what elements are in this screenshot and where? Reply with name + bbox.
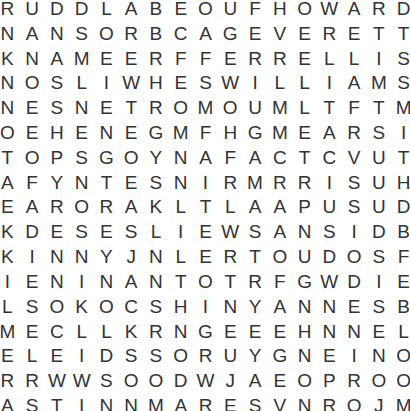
grid-cell[interactable]: N [292, 344, 317, 369]
grid-cell[interactable]: T [366, 95, 391, 120]
grid-cell[interactable]: L [391, 319, 410, 344]
grid-cell[interactable]: A [193, 145, 218, 170]
grid-cell[interactable]: E [267, 368, 292, 393]
grid-cell[interactable]: F [218, 145, 243, 170]
grid-cell[interactable]: U [292, 244, 317, 269]
grid-cell[interactable]: O [0, 120, 20, 145]
grid-cell[interactable]: D [45, 0, 70, 21]
grid-cell[interactable]: O [391, 368, 410, 393]
grid-cell[interactable]: H [267, 0, 292, 21]
grid-cell[interactable]: I [366, 269, 391, 294]
grid-cell[interactable]: K [0, 244, 20, 269]
grid-cell[interactable]: H [218, 120, 243, 145]
grid-cell[interactable]: A [0, 170, 20, 195]
grid-cell[interactable]: F [342, 95, 367, 120]
grid-cell[interactable]: A [119, 0, 144, 21]
grid-cell[interactable]: R [243, 269, 268, 294]
grid-cell[interactable]: D [317, 244, 342, 269]
grid-cell[interactable]: I [342, 219, 367, 244]
grid-cell[interactable]: S [144, 170, 169, 195]
grid-cell[interactable]: U [366, 195, 391, 220]
grid-cell[interactable]: T [391, 21, 410, 46]
grid-cell[interactable]: U [218, 344, 243, 369]
grid-cell[interactable]: N [0, 21, 20, 46]
grid-cell[interactable]: F [193, 46, 218, 71]
grid-cell[interactable]: I [69, 393, 94, 411]
grid-cell[interactable]: E [0, 195, 20, 220]
grid-cell[interactable]: A [0, 393, 20, 411]
grid-cell[interactable]: V [342, 145, 367, 170]
grid-cell[interactable]: S [20, 393, 45, 411]
grid-cell[interactable]: T [317, 95, 342, 120]
grid-cell[interactable]: L [267, 70, 292, 95]
grid-cell[interactable]: E [218, 319, 243, 344]
grid-cell[interactable]: S [193, 70, 218, 95]
grid-cell[interactable]: D [168, 368, 193, 393]
grid-cell[interactable]: R [45, 195, 70, 220]
grid-cell[interactable]: C [168, 21, 193, 46]
grid-cell[interactable]: O [69, 195, 94, 220]
grid-cell[interactable]: T [391, 145, 410, 170]
grid-cell[interactable]: E [168, 70, 193, 95]
grid-cell[interactable]: S [45, 95, 70, 120]
grid-cell[interactable]: R [144, 319, 169, 344]
grid-cell[interactable]: T [45, 393, 70, 411]
grid-cell[interactable]: F [243, 0, 268, 21]
grid-cell[interactable]: G [218, 21, 243, 46]
grid-cell[interactable]: I [0, 269, 20, 294]
grid-cell[interactable]: N [69, 95, 94, 120]
grid-cell[interactable]: O [94, 21, 119, 46]
grid-cell[interactable]: I [193, 294, 218, 319]
grid-cell[interactable]: E [292, 21, 317, 46]
grid-cell[interactable]: S [366, 244, 391, 269]
grid-cell[interactable]: I [391, 120, 410, 145]
grid-cell[interactable]: R [317, 21, 342, 46]
grid-cell[interactable]: E [45, 344, 70, 369]
grid-cell[interactable]: N [94, 120, 119, 145]
grid-cell[interactable]: F [391, 244, 410, 269]
grid-cell[interactable]: J [218, 368, 243, 393]
grid-cell[interactable]: R [144, 46, 169, 71]
grid-cell[interactable]: I [243, 70, 268, 95]
grid-cell[interactable]: J [366, 393, 391, 411]
grid-cell[interactable]: R [218, 244, 243, 269]
grid-cell[interactable]: Y [144, 145, 169, 170]
grid-cell[interactable]: B [144, 0, 169, 21]
grid-cell[interactable]: O [292, 0, 317, 21]
grid-cell[interactable]: N [292, 219, 317, 244]
grid-cell[interactable]: H [391, 170, 410, 195]
grid-cell[interactable]: S [69, 219, 94, 244]
grid-cell[interactable]: E [267, 319, 292, 344]
grid-cell[interactable]: I [317, 70, 342, 95]
grid-cell[interactable]: F [267, 269, 292, 294]
grid-cell[interactable]: A [45, 46, 70, 71]
grid-cell[interactable]: W [69, 368, 94, 393]
grid-cell[interactable]: O [391, 344, 410, 369]
grid-cell[interactable]: C [45, 319, 70, 344]
grid-cell[interactable]: O [168, 344, 193, 369]
grid-cell[interactable]: U [20, 0, 45, 21]
grid-cell[interactable]: T [94, 170, 119, 195]
grid-cell[interactable]: K [0, 46, 20, 71]
grid-cell[interactable]: A [119, 195, 144, 220]
grid-cell[interactable]: Y [243, 294, 268, 319]
grid-cell[interactable]: L [317, 46, 342, 71]
grid-cell[interactable]: S [391, 46, 410, 71]
grid-cell[interactable]: G [243, 120, 268, 145]
grid-cell[interactable]: M [366, 70, 391, 95]
grid-cell[interactable]: N [119, 393, 144, 411]
grid-cell[interactable]: N [0, 95, 20, 120]
grid-cell[interactable]: N [94, 393, 119, 411]
grid-cell[interactable]: N [94, 269, 119, 294]
grid-cell[interactable]: E [342, 21, 367, 46]
grid-cell[interactable]: E [94, 46, 119, 71]
grid-cell[interactable]: T [243, 244, 268, 269]
grid-cell[interactable]: C [317, 145, 342, 170]
grid-cell[interactable]: S [243, 393, 268, 411]
grid-cell[interactable]: I [69, 344, 94, 369]
grid-cell[interactable]: E [292, 120, 317, 145]
grid-cell[interactable]: E [20, 120, 45, 145]
grid-cell[interactable]: K [144, 195, 169, 220]
grid-cell[interactable]: A [342, 70, 367, 95]
grid-cell[interactable]: G [267, 344, 292, 369]
grid-cell[interactable]: L [0, 294, 20, 319]
grid-cell[interactable]: E [94, 219, 119, 244]
grid-cell[interactable]: S [366, 294, 391, 319]
grid-cell[interactable]: I [69, 269, 94, 294]
grid-cell[interactable]: N [20, 46, 45, 71]
grid-cell[interactable]: M [391, 393, 410, 411]
grid-cell[interactable]: F [20, 170, 45, 195]
grid-cell[interactable]: S [144, 294, 169, 319]
grid-cell[interactable]: S [342, 170, 367, 195]
grid-cell[interactable]: H [168, 294, 193, 319]
grid-cell[interactable]: E [119, 120, 144, 145]
grid-cell[interactable]: L [94, 319, 119, 344]
grid-cell[interactable]: S [144, 344, 169, 369]
grid-cell[interactable]: N [45, 244, 70, 269]
grid-cell[interactable]: E [20, 319, 45, 344]
grid-cell[interactable]: A [342, 0, 367, 21]
grid-cell[interactable]: S [366, 120, 391, 145]
grid-cell[interactable]: A [267, 219, 292, 244]
grid-cell[interactable]: E [45, 219, 70, 244]
grid-cell[interactable]: N [168, 170, 193, 195]
grid-cell[interactable]: I [366, 46, 391, 71]
grid-cell[interactable]: A [168, 393, 193, 411]
grid-cell[interactable]: I [342, 344, 367, 369]
grid-cell[interactable]: D [366, 219, 391, 244]
grid-cell[interactable]: R [193, 393, 218, 411]
grid-cell[interactable]: V [267, 21, 292, 46]
grid-cell[interactable]: N [144, 269, 169, 294]
grid-cell[interactable]: P [317, 368, 342, 393]
grid-cell[interactable]: L [69, 70, 94, 95]
grid-cell[interactable]: E [193, 219, 218, 244]
grid-cell[interactable]: E [366, 319, 391, 344]
grid-cell[interactable]: B [391, 219, 410, 244]
grid-cell[interactable]: W [119, 70, 144, 95]
grid-cell[interactable]: E [20, 269, 45, 294]
grid-cell[interactable]: N [0, 70, 20, 95]
grid-cell[interactable]: M [391, 95, 410, 120]
grid-cell[interactable]: D [94, 344, 119, 369]
grid-cell[interactable]: D [20, 219, 45, 244]
grid-cell[interactable]: D [69, 0, 94, 21]
grid-cell[interactable]: N [69, 244, 94, 269]
grid-cell[interactable]: N [45, 21, 70, 46]
grid-cell[interactable]: E [168, 0, 193, 21]
grid-cell[interactable]: I [94, 70, 119, 95]
grid-cell[interactable]: A [267, 294, 292, 319]
grid-cell[interactable]: K [69, 294, 94, 319]
grid-cell[interactable]: I [193, 170, 218, 195]
grid-cell[interactable]: O [119, 145, 144, 170]
word-search-grid: RUDDLABEOUFHOWARDNANSORBCAGEVERETTKNAMEE… [0, 0, 410, 411]
grid-cell[interactable]: G [292, 269, 317, 294]
grid-cell[interactable]: J [119, 244, 144, 269]
grid-cell[interactable]: R [292, 170, 317, 195]
grid-cell[interactable]: S [45, 70, 70, 95]
grid-cell[interactable]: L [69, 319, 94, 344]
grid-cell[interactable]: N [317, 319, 342, 344]
grid-cell[interactable]: E [69, 120, 94, 145]
grid-cell[interactable]: R [20, 368, 45, 393]
grid-cell[interactable]: P [292, 195, 317, 220]
grid-cell[interactable]: A [119, 269, 144, 294]
grid-cell[interactable]: L [94, 0, 119, 21]
grid-cell[interactable]: N [45, 269, 70, 294]
grid-cell[interactable]: V [267, 393, 292, 411]
grid-cell[interactable]: L [292, 70, 317, 95]
grid-cell[interactable]: C [119, 294, 144, 319]
grid-cell[interactable]: T [0, 145, 20, 170]
grid-cell[interactable]: I [20, 244, 45, 269]
grid-cell[interactable]: N [144, 244, 169, 269]
grid-cell[interactable]: S [119, 219, 144, 244]
grid-cell[interactable]: S [94, 368, 119, 393]
grid-cell[interactable]: B [144, 21, 169, 46]
grid-cell[interactable]: K [119, 319, 144, 344]
grid-cell[interactable]: H [144, 70, 169, 95]
grid-cell[interactable]: A [193, 21, 218, 46]
grid-cell[interactable]: S [342, 195, 367, 220]
grid-cell[interactable]: Y [45, 170, 70, 195]
grid-cell[interactable]: A [267, 195, 292, 220]
grid-cell[interactable]: H [45, 120, 70, 145]
grid-cell[interactable]: M [243, 170, 268, 195]
grid-cell[interactable]: Y [94, 244, 119, 269]
grid-cell[interactable]: N [292, 393, 317, 411]
grid-cell[interactable]: M [69, 46, 94, 71]
grid-cell[interactable]: S [20, 294, 45, 319]
grid-cell[interactable]: A [243, 145, 268, 170]
grid-cell[interactable]: O [144, 368, 169, 393]
grid-cell[interactable]: D [342, 269, 367, 294]
grid-cell[interactable]: E [342, 294, 367, 319]
grid-cell[interactable]: E [119, 170, 144, 195]
grid-cell[interactable]: N [168, 145, 193, 170]
grid-cell[interactable]: E [391, 269, 410, 294]
grid-cell[interactable]: M [193, 95, 218, 120]
grid-cell[interactable]: S [69, 145, 94, 170]
grid-cell[interactable]: O [267, 244, 292, 269]
grid-cell[interactable]: E [94, 95, 119, 120]
grid-cell[interactable]: E [317, 344, 342, 369]
grid-cell[interactable]: U [317, 195, 342, 220]
grid-cell[interactable]: A [317, 120, 342, 145]
grid-cell[interactable]: L [168, 195, 193, 220]
grid-cell[interactable]: U [366, 145, 391, 170]
grid-cell[interactable]: S [391, 70, 410, 95]
grid-cell[interactable]: N [292, 294, 317, 319]
grid-cell[interactable]: T [193, 195, 218, 220]
grid-cell[interactable]: I [317, 170, 342, 195]
grid-cell[interactable]: D [391, 195, 410, 220]
grid-cell[interactable]: O [366, 368, 391, 393]
grid-cell[interactable]: T [168, 269, 193, 294]
grid-cell[interactable]: K [0, 219, 20, 244]
grid-cell[interactable]: A [20, 195, 45, 220]
grid-cell[interactable]: T [218, 269, 243, 294]
grid-cell[interactable]: R [218, 170, 243, 195]
grid-cell[interactable]: B [391, 294, 410, 319]
grid-cell[interactable]: G [94, 145, 119, 170]
grid-cell[interactable]: U [366, 170, 391, 195]
grid-cell[interactable]: O [94, 294, 119, 319]
grid-cell[interactable]: S [69, 21, 94, 46]
grid-cell[interactable]: E [20, 95, 45, 120]
grid-cell[interactable]: E [193, 244, 218, 269]
grid-cell[interactable]: E [119, 46, 144, 71]
grid-cell[interactable]: M [168, 120, 193, 145]
grid-cell[interactable]: S [317, 219, 342, 244]
grid-cell[interactable]: O [193, 0, 218, 21]
grid-cell[interactable]: M [0, 319, 20, 344]
grid-cell[interactable]: N [69, 170, 94, 195]
grid-cell[interactable]: O [20, 70, 45, 95]
grid-cell[interactable]: W [193, 368, 218, 393]
grid-cell[interactable]: E [218, 46, 243, 71]
grid-cell[interactable]: P [45, 145, 70, 170]
grid-cell[interactable]: R [0, 368, 20, 393]
grid-cell[interactable]: N [366, 344, 391, 369]
grid-cell[interactable]: T [366, 21, 391, 46]
grid-cell[interactable]: A [243, 368, 268, 393]
grid-cell[interactable]: G [193, 319, 218, 344]
grid-cell[interactable]: W [45, 368, 70, 393]
grid-cell[interactable]: E [243, 21, 268, 46]
grid-cell[interactable]: L [20, 344, 45, 369]
grid-cell[interactable]: T [292, 145, 317, 170]
grid-cell[interactable]: R [243, 46, 268, 71]
grid-cell[interactable]: L [292, 95, 317, 120]
grid-cell[interactable]: A [20, 21, 45, 46]
grid-cell[interactable]: E [243, 319, 268, 344]
grid-cell[interactable]: R [193, 344, 218, 369]
grid-cell[interactable]: O [292, 368, 317, 393]
grid-cell[interactable]: C [267, 145, 292, 170]
grid-cell[interactable]: S [243, 219, 268, 244]
grid-cell[interactable]: R [144, 95, 169, 120]
grid-cell[interactable]: O [45, 294, 70, 319]
grid-cell[interactable]: U [218, 0, 243, 21]
grid-cell[interactable]: E [0, 344, 20, 369]
grid-cell[interactable]: E [218, 393, 243, 411]
word-search-puzzle: RUDDLABEOUFHOWARDNANSORBCAGEVERETTKNAMEE… [0, 0, 410, 411]
grid-cell[interactable]: H [292, 319, 317, 344]
grid-cell[interactable]: O [119, 368, 144, 393]
grid-cell[interactable]: L [342, 46, 367, 71]
grid-cell[interactable]: L [168, 244, 193, 269]
grid-cell[interactable]: R [342, 120, 367, 145]
grid-cell[interactable]: N [168, 319, 193, 344]
grid-cell[interactable]: O [168, 95, 193, 120]
grid-cell[interactable]: O [342, 244, 367, 269]
grid-cell[interactable]: A [243, 195, 268, 220]
grid-cell[interactable]: R [119, 21, 144, 46]
grid-cell[interactable]: R [267, 46, 292, 71]
grid-cell[interactable]: D [391, 0, 410, 21]
grid-cell[interactable]: R [366, 0, 391, 21]
grid-cell[interactable]: O [342, 393, 367, 411]
grid-cell[interactable]: R [267, 170, 292, 195]
grid-cell[interactable]: N [218, 294, 243, 319]
grid-cell[interactable]: L [144, 219, 169, 244]
grid-cell[interactable]: G [144, 120, 169, 145]
grid-cell[interactable]: M [267, 95, 292, 120]
grid-cell[interactable]: T [119, 95, 144, 120]
grid-cell[interactable]: W [218, 70, 243, 95]
grid-cell[interactable]: L [218, 195, 243, 220]
grid-cell[interactable]: R [342, 368, 367, 393]
grid-cell[interactable]: O [20, 145, 45, 170]
grid-cell[interactable]: N [342, 319, 367, 344]
grid-cell[interactable]: W [218, 219, 243, 244]
grid-cell[interactable]: W [317, 0, 342, 21]
grid-cell[interactable]: N [317, 294, 342, 319]
grid-cell[interactable]: O [218, 95, 243, 120]
grid-cell[interactable]: R [0, 0, 20, 21]
grid-cell[interactable]: O [193, 269, 218, 294]
grid-cell[interactable]: M [267, 120, 292, 145]
grid-cell[interactable]: U [243, 95, 268, 120]
grid-cell[interactable]: F [193, 120, 218, 145]
grid-cell[interactable]: I [168, 219, 193, 244]
grid-cell[interactable]: R [317, 393, 342, 411]
grid-cell[interactable]: S [119, 344, 144, 369]
grid-cell[interactable]: Y [243, 344, 268, 369]
grid-cell[interactable]: R [94, 195, 119, 220]
grid-cell[interactable]: F [168, 46, 193, 71]
grid-cell[interactable]: W [317, 269, 342, 294]
grid-cell[interactable]: E [292, 46, 317, 71]
grid-cell[interactable]: M [144, 393, 169, 411]
